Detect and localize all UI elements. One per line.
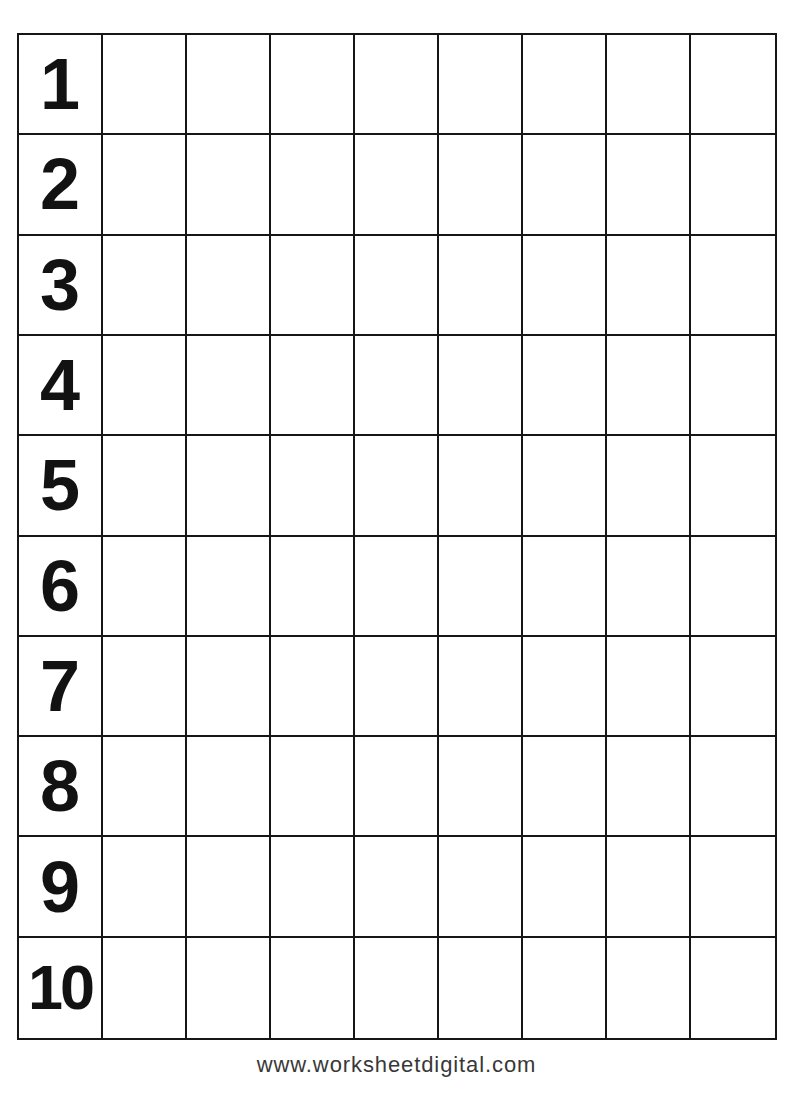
practice-cell-r7-c5[interactable] (439, 637, 523, 737)
practice-cell-r5-c8[interactable] (691, 436, 775, 536)
practice-cell-r6-c4[interactable] (355, 537, 439, 637)
practice-cell-r10-c5[interactable] (439, 938, 523, 1038)
practice-cell-r2-c6[interactable] (523, 135, 607, 235)
practice-cell-r7-c1[interactable] (103, 637, 187, 737)
practice-cell-r9-c4[interactable] (355, 837, 439, 937)
row-label-2: 2 (19, 135, 103, 235)
practice-cell-r8-c7[interactable] (607, 737, 691, 837)
practice-cell-r4-c4[interactable] (355, 336, 439, 436)
practice-cell-r10-c4[interactable] (355, 938, 439, 1038)
practice-cell-r4-c6[interactable] (523, 336, 607, 436)
practice-cell-r8-c4[interactable] (355, 737, 439, 837)
practice-cell-r6-c7[interactable] (607, 537, 691, 637)
practice-cell-r2-c1[interactable] (103, 135, 187, 235)
practice-cell-r5-c2[interactable] (187, 436, 271, 536)
practice-cell-r4-c2[interactable] (187, 336, 271, 436)
row-label-8: 8 (19, 737, 103, 837)
practice-cell-r4-c3[interactable] (271, 336, 355, 436)
practice-cell-r7-c3[interactable] (271, 637, 355, 737)
row-label-7: 7 (19, 637, 103, 737)
practice-cell-r4-c8[interactable] (691, 336, 775, 436)
practice-cell-r5-c4[interactable] (355, 436, 439, 536)
practice-cell-r8-c8[interactable] (691, 737, 775, 837)
practice-cell-r2-c5[interactable] (439, 135, 523, 235)
row-label-5: 5 (19, 436, 103, 536)
practice-cell-r1-c5[interactable] (439, 35, 523, 135)
practice-cell-r3-c8[interactable] (691, 236, 775, 336)
practice-cell-r7-c2[interactable] (187, 637, 271, 737)
practice-cell-r9-c5[interactable] (439, 837, 523, 937)
practice-cell-r2-c8[interactable] (691, 135, 775, 235)
practice-cell-r3-c5[interactable] (439, 236, 523, 336)
row-label-9: 9 (19, 837, 103, 937)
practice-cell-r9-c2[interactable] (187, 837, 271, 937)
row-label-1: 1 (19, 35, 103, 135)
practice-cell-r7-c4[interactable] (355, 637, 439, 737)
practice-cell-r9-c1[interactable] (103, 837, 187, 937)
practice-cell-r2-c3[interactable] (271, 135, 355, 235)
practice-cell-r1-c3[interactable] (271, 35, 355, 135)
practice-cell-r6-c3[interactable] (271, 537, 355, 637)
practice-cell-r6-c2[interactable] (187, 537, 271, 637)
practice-cell-r8-c6[interactable] (523, 737, 607, 837)
practice-cell-r8-c3[interactable] (271, 737, 355, 837)
practice-cell-r7-c7[interactable] (607, 637, 691, 737)
practice-cell-r2-c7[interactable] (607, 135, 691, 235)
practice-cell-r2-c4[interactable] (355, 135, 439, 235)
practice-cell-r5-c6[interactable] (523, 436, 607, 536)
practice-cell-r3-c2[interactable] (187, 236, 271, 336)
practice-cell-r10-c2[interactable] (187, 938, 271, 1038)
practice-cell-r3-c7[interactable] (607, 236, 691, 336)
practice-cell-r10-c3[interactable] (271, 938, 355, 1038)
practice-cell-r6-c8[interactable] (691, 537, 775, 637)
practice-cell-r1-c2[interactable] (187, 35, 271, 135)
row-label-6: 6 (19, 537, 103, 637)
practice-cell-r10-c8[interactable] (691, 938, 775, 1038)
practice-grid: 12345678910 (17, 33, 777, 1040)
practice-cell-r5-c5[interactable] (439, 436, 523, 536)
practice-cell-r9-c3[interactable] (271, 837, 355, 937)
practice-cell-r8-c1[interactable] (103, 737, 187, 837)
practice-cell-r1-c1[interactable] (103, 35, 187, 135)
practice-cell-r3-c4[interactable] (355, 236, 439, 336)
practice-cell-r6-c5[interactable] (439, 537, 523, 637)
practice-cell-r3-c3[interactable] (271, 236, 355, 336)
practice-cell-r6-c1[interactable] (103, 537, 187, 637)
practice-cell-r6-c6[interactable] (523, 537, 607, 637)
practice-cell-r1-c7[interactable] (607, 35, 691, 135)
practice-cell-r10-c6[interactable] (523, 938, 607, 1038)
practice-cell-r9-c7[interactable] (607, 837, 691, 937)
practice-cell-r5-c7[interactable] (607, 436, 691, 536)
row-label-3: 3 (19, 236, 103, 336)
practice-cell-r1-c8[interactable] (691, 35, 775, 135)
practice-cell-r7-c8[interactable] (691, 637, 775, 737)
practice-cell-r1-c6[interactable] (523, 35, 607, 135)
row-label-4: 4 (19, 336, 103, 436)
practice-cell-r9-c8[interactable] (691, 837, 775, 937)
practice-cell-r1-c4[interactable] (355, 35, 439, 135)
practice-cell-r8-c5[interactable] (439, 737, 523, 837)
practice-cell-r9-c6[interactable] (523, 837, 607, 937)
practice-cell-r5-c1[interactable] (103, 436, 187, 536)
practice-cell-r5-c3[interactable] (271, 436, 355, 536)
practice-cell-r10-c1[interactable] (103, 938, 187, 1038)
practice-cell-r4-c7[interactable] (607, 336, 691, 436)
worksheet-page: 12345678910 www.worksheetdigital.com (0, 0, 793, 1120)
practice-cell-r10-c7[interactable] (607, 938, 691, 1038)
practice-cell-r2-c2[interactable] (187, 135, 271, 235)
practice-cell-r4-c5[interactable] (439, 336, 523, 436)
practice-cell-r3-c6[interactable] (523, 236, 607, 336)
practice-cell-r3-c1[interactable] (103, 236, 187, 336)
website-url: www.worksheetdigital.com (0, 1052, 793, 1078)
practice-cell-r8-c2[interactable] (187, 737, 271, 837)
row-label-10: 10 (19, 938, 103, 1038)
practice-cell-r4-c1[interactable] (103, 336, 187, 436)
practice-cell-r7-c6[interactable] (523, 637, 607, 737)
